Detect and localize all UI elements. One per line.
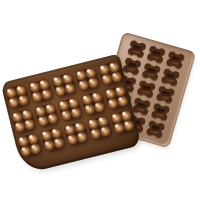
mold-cavity	[122, 57, 141, 75]
mold-cavity	[151, 103, 170, 121]
chocolate-piece	[52, 73, 76, 97]
chocolate-piece	[64, 121, 88, 145]
mold-cavity	[166, 51, 185, 69]
mold-cavity	[132, 97, 151, 115]
chocolate-piece	[34, 103, 58, 127]
mold-cavity	[127, 40, 146, 58]
product-photo-scene	[0, 0, 200, 200]
chocolate-piece	[87, 115, 111, 139]
chocolate-piece	[98, 61, 122, 85]
chocolate-piece	[40, 127, 64, 151]
chocolate-piece	[110, 110, 134, 134]
chocolate-piece	[75, 67, 99, 91]
mold-cavity	[146, 120, 165, 138]
chocolate-piece	[81, 91, 105, 115]
chocolate-piece	[17, 133, 41, 157]
mold-cavity	[147, 45, 166, 63]
chocolate-piece	[11, 109, 35, 133]
chocolate-grid	[0, 54, 141, 175]
mold-cavity	[137, 80, 156, 98]
chocolate-piece	[58, 97, 82, 121]
chocolate-piece	[28, 79, 52, 103]
filled-chocolate-mold-tray	[0, 54, 141, 175]
mold-cavity	[161, 68, 180, 86]
chocolate-piece	[104, 85, 128, 109]
mold-cavity	[156, 86, 175, 104]
mold-cavity	[142, 63, 161, 81]
chocolate-piece	[5, 84, 29, 108]
